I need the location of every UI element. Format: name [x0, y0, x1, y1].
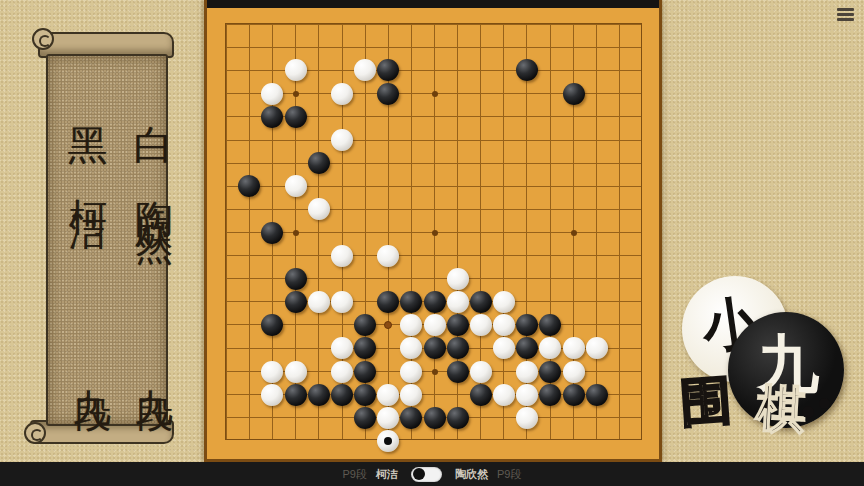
black-stone [331, 384, 353, 406]
white-stone [447, 268, 469, 290]
black-stone [377, 291, 399, 313]
white-stone [470, 361, 492, 383]
white-stone [493, 314, 515, 336]
app-logo: 小 九 围 棋 [678, 272, 848, 432]
black-stone [539, 384, 561, 406]
logo-char-wei: 围 [678, 365, 735, 438]
white-stone [400, 384, 422, 406]
black-stone [354, 337, 376, 359]
toggle-knob-black-stone [413, 468, 425, 480]
white-stone [563, 361, 585, 383]
white-stone [331, 245, 353, 267]
black-stone [261, 222, 283, 244]
black-stone [261, 106, 283, 128]
black-stone [377, 83, 399, 105]
logo-dot [819, 398, 830, 409]
white-stone [377, 384, 399, 406]
white-rank-badge: P9段 [497, 467, 521, 482]
white-stone [354, 59, 376, 81]
black-stone [238, 175, 260, 197]
white-stone [331, 361, 353, 383]
black-stone [354, 361, 376, 383]
black-stone [516, 337, 538, 359]
white-stone [331, 337, 353, 359]
black-stone [354, 314, 376, 336]
black-stone [586, 384, 608, 406]
black-player-rank: 九段 [74, 360, 111, 372]
logo-char-qi: 棋 [754, 375, 807, 445]
color-toggle[interactable] [411, 467, 442, 482]
black-stone [516, 314, 538, 336]
white-stone [539, 337, 561, 359]
white-stone [516, 407, 538, 429]
white-player-rank: 九段 [136, 360, 173, 372]
logo-dot [802, 406, 814, 418]
black-stone [447, 407, 469, 429]
white-stone [285, 59, 307, 81]
star-point [293, 230, 299, 236]
white-stone [261, 384, 283, 406]
black-stone [377, 59, 399, 81]
black-stone [447, 361, 469, 383]
black-stone [400, 291, 422, 313]
black-stone [354, 407, 376, 429]
white-stone [377, 245, 399, 267]
white-stone [516, 361, 538, 383]
white-stone [470, 314, 492, 336]
black-stone [563, 83, 585, 105]
star-point [571, 230, 577, 236]
scroll-curl-icon [24, 422, 46, 444]
star-point [293, 91, 299, 97]
star-point [432, 91, 438, 97]
black-stone [285, 384, 307, 406]
white-stone [377, 407, 399, 429]
black-stone [354, 384, 376, 406]
white-stone [493, 291, 515, 313]
black-stone [470, 384, 492, 406]
black-stone [447, 337, 469, 359]
black-stone [539, 314, 561, 336]
white-stone [447, 291, 469, 313]
white-player-name: 陶欣然 [135, 170, 173, 212]
black-stone [285, 106, 307, 128]
black-stone [261, 314, 283, 336]
white-stone [331, 291, 353, 313]
black-stone [400, 407, 422, 429]
white-stone [331, 83, 353, 105]
goban-grid[interactable] [225, 23, 642, 440]
white-stone [563, 337, 585, 359]
white-stone [261, 83, 283, 105]
white-stone [400, 314, 422, 336]
black-stone [308, 384, 330, 406]
black-stone [563, 384, 585, 406]
black-stone [308, 152, 330, 174]
white-stone [261, 361, 283, 383]
white-stone [400, 337, 422, 359]
black-stone [470, 291, 492, 313]
white-stone [285, 361, 307, 383]
black-stone [285, 268, 307, 290]
black-stone [424, 291, 446, 313]
white-stone [308, 291, 330, 313]
white-stone [424, 314, 446, 336]
black-player-name: 柯洁 [69, 168, 107, 196]
black-stone [424, 407, 446, 429]
capture-point-marker [384, 321, 392, 329]
black-stone [447, 314, 469, 336]
black-stone [285, 291, 307, 313]
player-scroll-banner: 白 陶欣然 九段 黑 柯洁 九段 [24, 24, 178, 448]
white-stone [400, 361, 422, 383]
star-point [432, 230, 438, 236]
board-top-strip [207, 0, 659, 8]
white-stone [285, 175, 307, 197]
star-point [432, 369, 438, 375]
black-name-text: 柯洁 [376, 467, 398, 482]
white-stone [331, 129, 353, 151]
go-board[interactable] [204, 0, 662, 462]
bottom-player-bar: P9段 柯洁 陶欣然 P9段 [0, 462, 864, 486]
white-name-text: 陶欣然 [455, 467, 488, 482]
white-stone [586, 337, 608, 359]
white-stone [516, 384, 538, 406]
white-stone [493, 384, 515, 406]
black-rank-badge: P9段 [343, 467, 367, 482]
scroll-curl-icon [32, 28, 54, 50]
black-stone [424, 337, 446, 359]
last-move-marker [384, 437, 392, 445]
black-stone [516, 59, 538, 81]
black-stone [539, 361, 561, 383]
white-stone [493, 337, 515, 359]
white-stone [308, 198, 330, 220]
menu-icon[interactable] [837, 8, 854, 21]
